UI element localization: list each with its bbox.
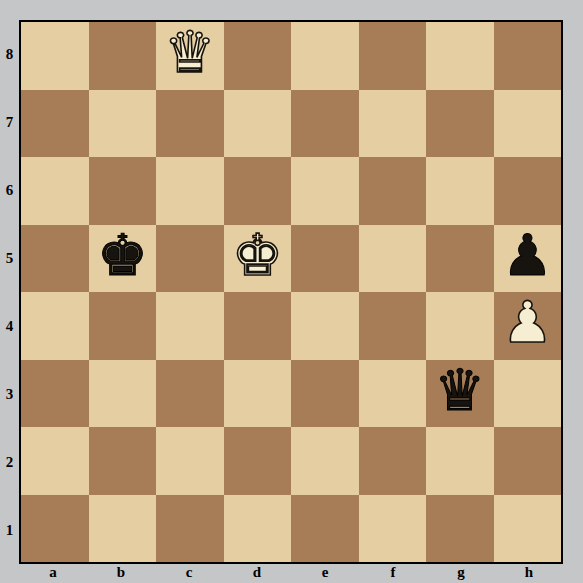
square-e7[interactable] (291, 90, 359, 158)
chess-board[interactable]: ♛♚♚♟♟♛ (19, 20, 563, 564)
file-label-f: f (359, 564, 427, 581)
square-g8[interactable] (426, 22, 494, 90)
rank-label-5: 5 (0, 224, 19, 292)
file-label-e: e (291, 564, 359, 581)
square-c7[interactable] (156, 90, 224, 158)
square-g4[interactable] (426, 292, 494, 360)
board-frame: 87654321 ♛♚♚♟♟♛ abcdefgh (0, 0, 583, 583)
square-h6[interactable] (494, 157, 562, 225)
square-g5[interactable] (426, 225, 494, 293)
square-a4[interactable] (21, 292, 89, 360)
square-f3[interactable] (359, 360, 427, 428)
piece-white-pawn[interactable]: ♟ (502, 294, 553, 351)
square-h2[interactable] (494, 427, 562, 495)
square-c2[interactable] (156, 427, 224, 495)
square-d7[interactable] (224, 90, 292, 158)
square-d1[interactable] (224, 495, 292, 563)
square-h3[interactable] (494, 360, 562, 428)
square-c1[interactable] (156, 495, 224, 563)
square-a3[interactable] (21, 360, 89, 428)
piece-black-king[interactable]: ♚ (97, 227, 148, 284)
piece-black-queen[interactable]: ♛ (434, 362, 485, 419)
square-d4[interactable] (224, 292, 292, 360)
square-g3[interactable]: ♛ (426, 360, 494, 428)
square-a1[interactable] (21, 495, 89, 563)
square-f1[interactable] (359, 495, 427, 563)
rank-label-6: 6 (0, 156, 19, 224)
square-g7[interactable] (426, 90, 494, 158)
square-e8[interactable] (291, 22, 359, 90)
square-b6[interactable] (89, 157, 157, 225)
square-e4[interactable] (291, 292, 359, 360)
square-h7[interactable] (494, 90, 562, 158)
file-label-g: g (427, 564, 495, 581)
square-f4[interactable] (359, 292, 427, 360)
square-b3[interactable] (89, 360, 157, 428)
square-h8[interactable] (494, 22, 562, 90)
square-c3[interactable] (156, 360, 224, 428)
square-a6[interactable] (21, 157, 89, 225)
square-d2[interactable] (224, 427, 292, 495)
square-b7[interactable] (89, 90, 157, 158)
file-label-b: b (87, 564, 155, 581)
piece-black-pawn[interactable]: ♟ (502, 227, 553, 284)
file-label-c: c (155, 564, 223, 581)
square-e3[interactable] (291, 360, 359, 428)
square-f5[interactable] (359, 225, 427, 293)
square-c8[interactable]: ♛ (156, 22, 224, 90)
square-g1[interactable] (426, 495, 494, 563)
file-label-d: d (223, 564, 291, 581)
square-a8[interactable] (21, 22, 89, 90)
square-d3[interactable] (224, 360, 292, 428)
square-c6[interactable] (156, 157, 224, 225)
rank-label-3: 3 (0, 360, 19, 428)
file-label-h: h (495, 564, 563, 581)
square-d6[interactable] (224, 157, 292, 225)
square-a5[interactable] (21, 225, 89, 293)
square-h5[interactable]: ♟ (494, 225, 562, 293)
square-g6[interactable] (426, 157, 494, 225)
square-e6[interactable] (291, 157, 359, 225)
square-e2[interactable] (291, 427, 359, 495)
rank-label-2: 2 (0, 428, 19, 496)
rank-labels: 87654321 (0, 20, 19, 564)
square-b1[interactable] (89, 495, 157, 563)
rank-label-8: 8 (0, 20, 19, 88)
square-e5[interactable] (291, 225, 359, 293)
square-f6[interactable] (359, 157, 427, 225)
rank-label-4: 4 (0, 292, 19, 360)
square-b2[interactable] (89, 427, 157, 495)
file-label-a: a (19, 564, 87, 581)
square-c5[interactable] (156, 225, 224, 293)
square-f8[interactable] (359, 22, 427, 90)
file-labels: abcdefgh (19, 563, 563, 582)
rank-label-7: 7 (0, 88, 19, 156)
square-h4[interactable]: ♟ (494, 292, 562, 360)
square-f2[interactable] (359, 427, 427, 495)
square-a2[interactable] (21, 427, 89, 495)
square-a7[interactable] (21, 90, 89, 158)
square-h1[interactable] (494, 495, 562, 563)
square-d5[interactable]: ♚ (224, 225, 292, 293)
square-g2[interactable] (426, 427, 494, 495)
square-d8[interactable] (224, 22, 292, 90)
square-b8[interactable] (89, 22, 157, 90)
rank-label-1: 1 (0, 496, 19, 564)
square-c4[interactable] (156, 292, 224, 360)
square-e1[interactable] (291, 495, 359, 563)
piece-white-queen[interactable]: ♛ (164, 24, 215, 81)
piece-white-king[interactable]: ♚ (232, 227, 283, 284)
square-f7[interactable] (359, 90, 427, 158)
square-b4[interactable] (89, 292, 157, 360)
square-b5[interactable]: ♚ (89, 225, 157, 293)
